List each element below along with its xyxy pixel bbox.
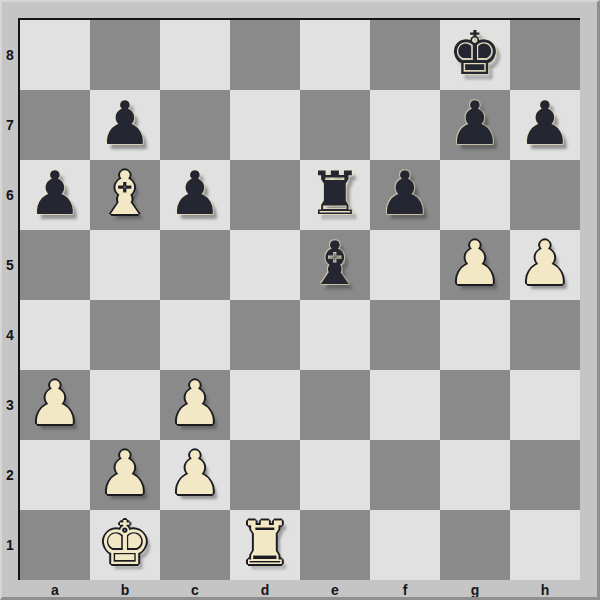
- rank-label-6: 6: [2, 160, 18, 230]
- piece-white-pawn: ♟: [448, 233, 502, 293]
- file-label-h: h: [510, 582, 580, 598]
- piece-white-bishop: ♝: [98, 163, 152, 223]
- file-label-d: d: [230, 582, 300, 598]
- piece-white-pawn: ♟: [168, 373, 222, 433]
- square-c5[interactable]: [160, 230, 230, 300]
- square-e4[interactable]: [300, 300, 370, 370]
- file-label-b: b: [90, 582, 160, 598]
- square-d5[interactable]: [230, 230, 300, 300]
- square-e3[interactable]: [300, 370, 370, 440]
- square-d6[interactable]: [230, 160, 300, 230]
- square-b5[interactable]: [90, 230, 160, 300]
- square-a6[interactable]: ♟: [20, 160, 90, 230]
- file-label-g: g: [440, 582, 510, 598]
- file-label-f: f: [370, 582, 440, 598]
- square-h6[interactable]: [510, 160, 580, 230]
- square-b2[interactable]: ♟: [90, 440, 160, 510]
- square-c6[interactable]: ♟: [160, 160, 230, 230]
- square-h4[interactable]: [510, 300, 580, 370]
- chess-diagram: ♚♟♟♟♟♝♟♜♟♝♟♟♟♟♟♟♚♜ 87654321 abcdefgh: [0, 0, 600, 600]
- rank-label-8: 8: [2, 20, 18, 90]
- file-label-a: a: [20, 582, 90, 598]
- square-h1[interactable]: [510, 510, 580, 580]
- square-a2[interactable]: [20, 440, 90, 510]
- piece-black-pawn: ♟: [98, 93, 152, 153]
- square-e6[interactable]: ♜: [300, 160, 370, 230]
- square-f1[interactable]: [370, 510, 440, 580]
- piece-black-pawn: ♟: [168, 163, 222, 223]
- square-e1[interactable]: [300, 510, 370, 580]
- file-label-c: c: [160, 582, 230, 598]
- square-e5[interactable]: ♝: [300, 230, 370, 300]
- square-h2[interactable]: [510, 440, 580, 510]
- square-f3[interactable]: [370, 370, 440, 440]
- piece-black-pawn: ♟: [448, 93, 502, 153]
- piece-white-pawn: ♟: [28, 373, 82, 433]
- square-a3[interactable]: ♟: [20, 370, 90, 440]
- square-e7[interactable]: [300, 90, 370, 160]
- square-g3[interactable]: [440, 370, 510, 440]
- rank-label-2: 2: [2, 440, 18, 510]
- piece-black-king: ♚: [448, 23, 502, 83]
- square-f7[interactable]: [370, 90, 440, 160]
- square-c7[interactable]: [160, 90, 230, 160]
- piece-black-rook: ♜: [308, 163, 362, 223]
- square-e8[interactable]: [300, 20, 370, 90]
- square-d3[interactable]: [230, 370, 300, 440]
- piece-white-king: ♚: [98, 513, 152, 573]
- square-d7[interactable]: [230, 90, 300, 160]
- rank-label-7: 7: [2, 90, 18, 160]
- square-g2[interactable]: [440, 440, 510, 510]
- square-f6[interactable]: ♟: [370, 160, 440, 230]
- square-f4[interactable]: [370, 300, 440, 370]
- square-h8[interactable]: [510, 20, 580, 90]
- square-c3[interactable]: ♟: [160, 370, 230, 440]
- square-g8[interactable]: ♚: [440, 20, 510, 90]
- square-a8[interactable]: [20, 20, 90, 90]
- board-frame: ♚♟♟♟♟♝♟♜♟♝♟♟♟♟♟♟♚♜: [18, 18, 580, 580]
- square-g5[interactable]: ♟: [440, 230, 510, 300]
- square-b6[interactable]: ♝: [90, 160, 160, 230]
- square-f2[interactable]: [370, 440, 440, 510]
- square-b7[interactable]: ♟: [90, 90, 160, 160]
- square-d2[interactable]: [230, 440, 300, 510]
- square-f5[interactable]: [370, 230, 440, 300]
- square-c4[interactable]: [160, 300, 230, 370]
- chess-board: ♚♟♟♟♟♝♟♜♟♝♟♟♟♟♟♟♚♜: [20, 20, 580, 580]
- square-a7[interactable]: [20, 90, 90, 160]
- square-a5[interactable]: [20, 230, 90, 300]
- square-g6[interactable]: [440, 160, 510, 230]
- piece-white-pawn: ♟: [168, 443, 222, 503]
- piece-white-rook: ♜: [238, 513, 292, 573]
- square-a4[interactable]: [20, 300, 90, 370]
- square-d4[interactable]: [230, 300, 300, 370]
- rank-label-1: 1: [2, 510, 18, 580]
- square-h7[interactable]: ♟: [510, 90, 580, 160]
- rank-label-5: 5: [2, 230, 18, 300]
- square-f8[interactable]: [370, 20, 440, 90]
- square-h3[interactable]: [510, 370, 580, 440]
- piece-black-pawn: ♟: [28, 163, 82, 223]
- square-g1[interactable]: [440, 510, 510, 580]
- square-h5[interactable]: ♟: [510, 230, 580, 300]
- piece-white-pawn: ♟: [518, 233, 572, 293]
- square-g7[interactable]: ♟: [440, 90, 510, 160]
- square-d8[interactable]: [230, 20, 300, 90]
- square-c2[interactable]: ♟: [160, 440, 230, 510]
- square-d1[interactable]: ♜: [230, 510, 300, 580]
- rank-label-4: 4: [2, 300, 18, 370]
- square-c1[interactable]: [160, 510, 230, 580]
- square-b8[interactable]: [90, 20, 160, 90]
- square-b3[interactable]: [90, 370, 160, 440]
- piece-black-pawn: ♟: [518, 93, 572, 153]
- piece-white-pawn: ♟: [98, 443, 152, 503]
- square-g4[interactable]: [440, 300, 510, 370]
- piece-black-pawn: ♟: [378, 163, 432, 223]
- piece-black-bishop: ♝: [308, 233, 362, 293]
- square-b1[interactable]: ♚: [90, 510, 160, 580]
- square-e2[interactable]: [300, 440, 370, 510]
- square-a1[interactable]: [20, 510, 90, 580]
- square-c8[interactable]: [160, 20, 230, 90]
- file-label-e: e: [300, 582, 370, 598]
- rank-label-3: 3: [2, 370, 18, 440]
- square-b4[interactable]: [90, 300, 160, 370]
